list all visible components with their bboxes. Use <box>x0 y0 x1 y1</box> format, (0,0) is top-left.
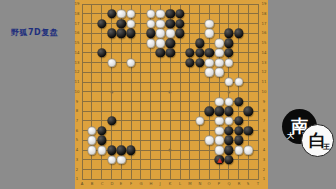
row-label-right: 18 <box>261 12 267 16</box>
column-label: M <box>187 181 193 185</box>
row-label-left: 18 <box>74 12 80 16</box>
row-label-right: 12 <box>261 70 267 74</box>
stone-white-P7 <box>214 116 223 125</box>
row-label-left: 19 <box>74 2 80 6</box>
stone-black-D7 <box>107 116 116 125</box>
stone-black-D4 <box>107 145 116 154</box>
stone-black-N14 <box>195 48 204 57</box>
logo-dark-small-character: 大 <box>287 131 294 141</box>
grid-line <box>82 179 259 180</box>
stone-black-E17 <box>117 19 126 28</box>
star-point <box>227 90 230 93</box>
row-label-left: 1 <box>74 177 80 181</box>
row-label-right: 17 <box>261 21 267 25</box>
stone-black-P3: ▲ <box>214 155 223 164</box>
row-label-right: 7 <box>261 119 267 123</box>
logo-light-small-character: 王 <box>323 142 330 152</box>
stone-white-P4 <box>214 145 223 154</box>
stone-black-K17 <box>166 19 175 28</box>
column-label: N <box>197 181 203 185</box>
stone-black-N15 <box>195 38 204 47</box>
stone-black-N13 <box>195 58 204 67</box>
logo-light-circle-icon: 白 王 <box>301 124 334 157</box>
stone-black-E16 <box>117 29 126 38</box>
stone-black-C5 <box>97 136 106 145</box>
column-label: F <box>128 181 134 185</box>
stone-black-L16 <box>175 29 184 38</box>
stone-white-P12 <box>214 68 223 77</box>
row-label-left: 3 <box>74 158 80 162</box>
row-label-right: 6 <box>261 129 267 133</box>
star-point <box>169 90 172 93</box>
column-label: K <box>167 181 173 185</box>
stone-black-R6 <box>234 126 243 135</box>
grid-line <box>189 4 190 180</box>
column-label: O <box>206 181 212 185</box>
stone-black-K15 <box>166 38 175 47</box>
stone-white-D13 <box>107 58 116 67</box>
stone-white-P14 <box>214 48 223 57</box>
stone-white-J17 <box>156 19 165 28</box>
stone-black-M13 <box>185 58 194 67</box>
stone-white-E18 <box>117 9 126 18</box>
row-label-right: 5 <box>261 138 267 142</box>
stone-black-S8 <box>244 107 253 116</box>
row-label-left: 8 <box>74 109 80 113</box>
row-label-left: 11 <box>74 80 80 84</box>
stone-black-C6 <box>97 126 106 135</box>
video-frame: 野狐7D复盘 ABCDEFGHJKLMNOPQRST11223344556677… <box>0 0 336 189</box>
stone-black-R7 <box>234 116 243 125</box>
row-label-left: 12 <box>74 70 80 74</box>
row-label-right: 10 <box>261 90 267 94</box>
stone-white-B4 <box>87 145 96 154</box>
column-label: Q <box>226 181 232 185</box>
stone-white-Q9 <box>224 97 233 106</box>
stone-black-C14 <box>97 48 106 57</box>
stone-white-H18 <box>146 9 155 18</box>
row-label-left: 14 <box>74 51 80 55</box>
row-label-left: 6 <box>74 129 80 133</box>
stone-white-Q13 <box>224 58 233 67</box>
stone-black-Q4 <box>224 145 233 154</box>
column-label: D <box>109 181 115 185</box>
stone-white-S4 <box>244 145 253 154</box>
stone-white-H17 <box>146 19 155 28</box>
stone-white-F13 <box>126 58 135 67</box>
stone-black-Q14 <box>224 48 233 57</box>
streamer-logo: 南 大 白 王 <box>282 109 336 167</box>
row-label-right: 15 <box>261 41 267 45</box>
stone-black-Q5 <box>224 136 233 145</box>
stone-white-P6 <box>214 126 223 135</box>
column-label: R <box>236 181 242 185</box>
row-label-left: 10 <box>74 90 80 94</box>
row-label-left: 5 <box>74 138 80 142</box>
last-move-triangle-icon: ▲ <box>217 157 222 163</box>
stone-white-P15 <box>214 38 223 47</box>
page-title: 野狐7D复盘 <box>11 28 75 37</box>
stone-white-O16 <box>205 29 214 38</box>
row-label-left: 17 <box>74 21 80 25</box>
stone-black-R16 <box>234 29 243 38</box>
column-label: A <box>79 181 85 185</box>
stone-black-Q8 <box>224 107 233 116</box>
row-label-right: 13 <box>261 60 267 64</box>
stone-black-R9 <box>234 97 243 106</box>
column-label: T <box>255 181 261 185</box>
column-label: P <box>216 181 222 185</box>
row-label-left: 16 <box>74 31 80 35</box>
grid-line <box>82 169 259 170</box>
stone-white-R11 <box>234 77 243 86</box>
stone-black-O8 <box>205 107 214 116</box>
column-label: C <box>99 181 105 185</box>
stone-black-J14 <box>156 48 165 57</box>
row-label-right: 2 <box>261 167 267 171</box>
row-label-left: 9 <box>74 99 80 103</box>
star-point <box>169 149 172 152</box>
stone-black-Q3 <box>224 155 233 164</box>
go-board[interactable]: ABCDEFGHJKLMNOPQRST112233445566778899101… <box>75 0 268 189</box>
column-label: L <box>177 181 183 185</box>
row-label-right: 1 <box>261 177 267 181</box>
row-label-right: 9 <box>261 99 267 103</box>
grid-line <box>199 4 200 180</box>
column-label: B <box>89 181 95 185</box>
stone-white-J18 <box>156 9 165 18</box>
stone-white-K16 <box>166 29 175 38</box>
stone-white-F17 <box>126 19 135 28</box>
stone-white-P9 <box>214 97 223 106</box>
stone-white-D3 <box>107 155 116 164</box>
stone-white-R4 <box>234 145 243 154</box>
stone-white-Q11 <box>224 77 233 86</box>
stone-black-Q6 <box>224 126 233 135</box>
stone-white-B5 <box>87 136 96 145</box>
row-label-left: 2 <box>74 167 80 171</box>
stone-black-K18 <box>166 9 175 18</box>
stone-white-Q7 <box>224 116 233 125</box>
column-label: E <box>118 181 124 185</box>
stone-black-E4 <box>117 145 126 154</box>
stone-black-P8 <box>214 107 223 116</box>
stone-white-B6 <box>87 126 96 135</box>
stone-black-M14 <box>185 48 194 57</box>
stone-white-H15 <box>146 38 155 47</box>
column-label: H <box>148 181 154 185</box>
stone-black-Q16 <box>224 29 233 38</box>
row-label-right: 19 <box>261 2 267 6</box>
column-label: J <box>158 181 164 185</box>
column-label: S <box>246 181 252 185</box>
grid-line <box>258 4 259 180</box>
row-label-right: 3 <box>261 158 267 162</box>
stone-white-F18 <box>126 9 135 18</box>
row-label-right: 14 <box>261 51 267 55</box>
stone-black-S6 <box>244 126 253 135</box>
stone-black-D18 <box>107 9 116 18</box>
stone-white-O5 <box>205 136 214 145</box>
stone-black-K14 <box>166 48 175 57</box>
stone-white-C4 <box>97 145 106 154</box>
stone-black-F4 <box>126 145 135 154</box>
stone-black-O14 <box>205 48 214 57</box>
row-label-right: 8 <box>261 109 267 113</box>
column-label: G <box>138 181 144 185</box>
stone-white-J16 <box>156 29 165 38</box>
stone-black-Q15 <box>224 38 233 47</box>
stone-black-H16 <box>146 29 155 38</box>
row-label-left: 4 <box>74 148 80 152</box>
row-label-left: 15 <box>74 41 80 45</box>
stone-white-P13 <box>214 58 223 67</box>
stone-white-P5 <box>214 136 223 145</box>
star-point <box>110 90 113 93</box>
stone-white-E3 <box>117 155 126 164</box>
stone-black-R5 <box>234 136 243 145</box>
stone-black-L18 <box>175 9 184 18</box>
stone-white-J15 <box>156 38 165 47</box>
stone-white-O13 <box>205 58 214 67</box>
stone-black-F16 <box>126 29 135 38</box>
stone-black-C17 <box>97 19 106 28</box>
stone-white-O17 <box>205 19 214 28</box>
stone-white-N7 <box>195 116 204 125</box>
row-label-right: 4 <box>261 148 267 152</box>
stone-black-D16 <box>107 29 116 38</box>
row-label-left: 13 <box>74 60 80 64</box>
row-label-right: 11 <box>261 80 267 84</box>
row-label-right: 16 <box>261 31 267 35</box>
stone-white-O12 <box>205 68 214 77</box>
stone-black-L17 <box>175 19 184 28</box>
row-label-left: 7 <box>74 119 80 123</box>
